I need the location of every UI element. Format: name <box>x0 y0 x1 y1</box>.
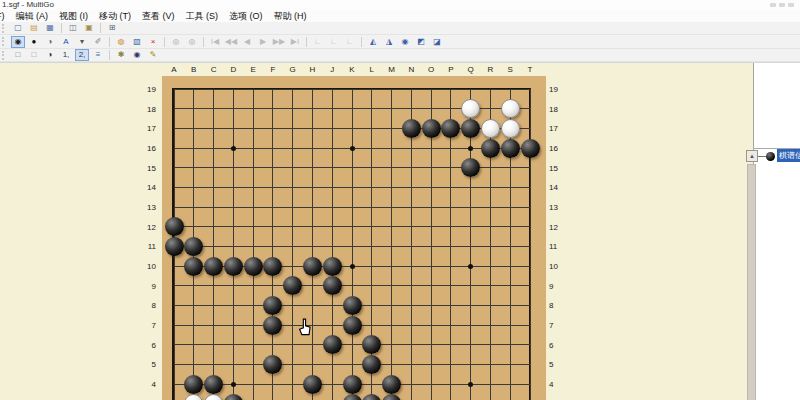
grid-line <box>312 89 313 400</box>
print-button[interactable]: ⊞ <box>105 22 119 34</box>
black-stone-T16[interactable] <box>521 139 540 158</box>
black-stone-J10[interactable] <box>323 257 342 276</box>
coord-label-row-14-right: 14 <box>549 183 573 192</box>
forward-10-icon: ▶▶ <box>273 37 285 47</box>
toolbar-separator <box>100 23 101 33</box>
find-next-button[interactable]: ◪ <box>430 36 444 48</box>
toolbar-separator <box>109 50 110 60</box>
coord-label-row-4-left: 4 <box>132 380 156 389</box>
print-icon: ⊞ <box>109 23 116 33</box>
coord-label-row-11-right: 11 <box>549 242 573 251</box>
black-stone-M4[interactable] <box>382 375 401 394</box>
goto-black-move-button[interactable]: ◭ <box>366 36 380 48</box>
first-move-button: I◀ <box>208 36 222 48</box>
coord-label-row-17-left: 17 <box>132 124 156 133</box>
label-dropdown-icon: ▾ <box>80 37 84 47</box>
coord-label-row-10-left: 10 <box>132 262 156 271</box>
star-point-Q4 <box>468 382 473 387</box>
coord-label-col-P: P <box>445 65 457 74</box>
coord-label-row-16-left: 16 <box>132 144 156 153</box>
toolbar-edit: ◉●◑A▾✐◍▧×◎◎I◀◀◀◀▶▶▶▶I∟∟∟◭◮◉◩◪ <box>0 35 800 49</box>
toolbar-grip <box>2 24 7 33</box>
copy-button[interactable]: ◫ <box>66 22 80 34</box>
grid-line <box>174 364 531 365</box>
coord-label-row-18-right: 18 <box>549 105 573 114</box>
black-stone-J6[interactable] <box>323 335 342 354</box>
grid-line <box>213 89 214 400</box>
erase-button[interactable]: ✐ <box>91 36 105 48</box>
black-stone-B4[interactable] <box>184 375 203 394</box>
black-stone-K8[interactable] <box>343 296 362 315</box>
menu-item-file-clipped[interactable]: 文件(F) <box>0 10 6 22</box>
coord-label-col-T: T <box>524 65 536 74</box>
black-stone-H10[interactable] <box>303 257 322 276</box>
menu-item-5[interactable]: 工具 (S) <box>185 10 220 22</box>
pass-move-button[interactable]: ◍ <box>114 36 128 48</box>
star-point-K16 <box>350 146 355 151</box>
next-variation-icon: ◎ <box>189 37 196 47</box>
add-white-stone-icon: ◑ <box>48 37 53 47</box>
back-1-button: ◀ <box>240 36 254 48</box>
coord-label-col-B: B <box>188 65 200 74</box>
coord-label-row-12-right: 12 <box>549 223 573 232</box>
tree-move-node-icon[interactable] <box>766 152 775 161</box>
guess-mode-icon: ◉ <box>134 50 141 60</box>
coord-label-row-8-right: 8 <box>549 301 573 310</box>
title-bar: 1.sgf - MultiGo <box>0 0 800 10</box>
goto-white-move-icon: ◮ <box>386 37 392 47</box>
coord-label-col-F: F <box>267 65 279 74</box>
black-stone-F7[interactable] <box>263 316 282 335</box>
branch-main-icon: ∟ <box>346 37 354 47</box>
coord-label-row-10-right: 10 <box>549 262 573 271</box>
add-label-icon: A <box>63 37 68 47</box>
coord-label-row-7-left: 7 <box>132 321 156 330</box>
coord-label-col-S: S <box>504 65 516 74</box>
goto-black-move-icon: ◭ <box>370 37 376 47</box>
coord-label-col-M: M <box>386 65 398 74</box>
number-recent-moves-icon: 2, <box>79 50 86 60</box>
black-stone-R16[interactable] <box>481 139 500 158</box>
toolbar-separator <box>203 37 204 47</box>
coord-label-row-14-left: 14 <box>132 183 156 192</box>
grid-line <box>174 207 531 208</box>
window-title: 1.sgf - MultiGo <box>2 0 54 9</box>
coord-label-row-15-left: 15 <box>132 164 156 173</box>
annotate-brush-icon: ✎ <box>150 50 157 60</box>
delete-node-button[interactable]: × <box>146 36 160 48</box>
grid-line <box>272 89 273 400</box>
number-all-moves-button[interactable]: 1, <box>59 49 73 61</box>
add-black-stone-icon: ● <box>32 37 37 47</box>
annotate-brush-button[interactable]: ✎ <box>146 49 160 61</box>
menu-bar: 文件(F) 编辑 (A)视图 (I)移动 (T)查看 (V)工具 (S)选项 (… <box>0 10 800 22</box>
coord-label-col-N: N <box>405 65 417 74</box>
prev-variation-icon: ◎ <box>173 37 180 47</box>
white-stone-S18[interactable] <box>501 99 520 118</box>
grid-line <box>174 187 531 188</box>
grid-line <box>174 226 531 227</box>
find-move-icon: ◉ <box>402 37 409 47</box>
grid-line <box>174 89 531 90</box>
coord-label-row-5-right: 5 <box>549 360 573 369</box>
show-tree-icon: ≡ <box>96 50 101 60</box>
toolbar-main: ▢▤▦◫▣⊞ <box>0 22 800 35</box>
forward-10-button: ▶▶ <box>272 36 286 48</box>
minimize-icon[interactable] <box>770 3 776 7</box>
grid-line <box>174 246 531 247</box>
coord-label-col-D: D <box>227 65 239 74</box>
coord-label-row-7-right: 7 <box>549 321 573 330</box>
grid-line <box>391 89 392 400</box>
forward-1-icon: ▶ <box>260 37 266 47</box>
goto-white-move-button[interactable]: ◮ <box>382 36 396 48</box>
toolbar-view: □□◑1,2,≡✱◉✎ <box>0 49 800 62</box>
show-next-move-button[interactable]: ◑ <box>43 49 57 61</box>
toolbar-separator <box>361 37 362 47</box>
black-stone-A11[interactable] <box>165 237 184 256</box>
find-move-button[interactable]: ◉ <box>398 36 412 48</box>
branch-down-icon: ∟ <box>330 37 338 47</box>
coord-label-col-G: G <box>287 65 299 74</box>
black-stone-A12[interactable] <box>165 217 184 236</box>
coord-label-row-6-right: 6 <box>549 341 573 350</box>
menu-item-3[interactable]: 移动 (T) <box>98 10 132 22</box>
delete-node-icon: × <box>151 37 156 47</box>
black-stone-Q17[interactable] <box>461 119 480 138</box>
coord-label-col-R: R <box>484 65 496 74</box>
paste-button[interactable]: ▣ <box>82 22 96 34</box>
last-move-button: ▶I <box>288 36 302 48</box>
maximize-icon[interactable] <box>779 3 785 7</box>
coord-label-col-K: K <box>346 65 358 74</box>
save-file-icon: ▦ <box>46 23 54 33</box>
edit-tree-button[interactable]: ▧ <box>130 36 144 48</box>
number-recent-moves-button[interactable]: 2, <box>75 49 89 61</box>
menu-item-1[interactable]: 编辑 (A) <box>15 10 50 22</box>
white-stone-S17[interactable] <box>501 119 520 138</box>
show-territory-icon: □ <box>16 50 21 60</box>
tree-scroll-up-button[interactable]: ▲ <box>746 150 758 162</box>
black-stone-N17[interactable] <box>402 119 421 138</box>
menu-item-4[interactable]: 查看 (V) <box>141 10 176 22</box>
black-stone-H4[interactable] <box>303 375 322 394</box>
erase-icon: ✐ <box>95 37 102 47</box>
find-next-icon: ◪ <box>433 37 441 47</box>
black-stone-D10[interactable] <box>224 257 243 276</box>
white-stone-R17[interactable] <box>481 119 500 138</box>
number-all-moves-icon: 1, <box>63 50 70 60</box>
grid-line <box>174 344 531 345</box>
board-area: ABCDEFGHJKLMNOPQRST191918181717161615151… <box>0 62 800 400</box>
coord-label-col-H: H <box>306 65 318 74</box>
star-point-Q16 <box>468 146 473 151</box>
show-next-move-icon: ◑ <box>48 50 53 60</box>
coord-label-row-16-right: 16 <box>549 144 573 153</box>
grid-line <box>292 89 293 400</box>
tree-scrollbar[interactable] <box>747 164 756 400</box>
coord-label-row-13-left: 13 <box>132 203 156 212</box>
coord-label-row-12-left: 12 <box>132 223 156 232</box>
paste-icon: ▣ <box>85 23 93 33</box>
grid-line <box>233 89 234 400</box>
black-stone-K7[interactable] <box>343 316 362 335</box>
toolbar-separator <box>164 37 165 47</box>
black-stone-B11[interactable] <box>184 237 203 256</box>
find-prev-icon: ◩ <box>417 37 425 47</box>
show-tree-button[interactable]: ≡ <box>91 49 105 61</box>
last-move-icon: ▶I <box>291 37 299 47</box>
new-file-icon: ▢ <box>14 23 22 33</box>
black-stone-F10[interactable] <box>263 257 282 276</box>
coord-label-row-19-right: 19 <box>549 85 573 94</box>
toolbar-separator <box>109 37 110 47</box>
edit-tree-icon: ▧ <box>133 37 141 47</box>
branch-down-button: ∟ <box>327 36 341 48</box>
toolbar-separator <box>61 23 62 33</box>
coord-label-col-A: A <box>168 65 180 74</box>
star-point-Q10 <box>468 264 473 269</box>
black-stone-J9[interactable] <box>323 276 342 295</box>
open-file-icon: ▤ <box>30 23 38 33</box>
show-marks-icon: □ <box>32 50 37 60</box>
add-label-button[interactable]: A <box>59 36 73 48</box>
toolbar-grip <box>2 37 7 46</box>
toolbar-separator <box>306 37 307 47</box>
guess-mode-button[interactable]: ◉ <box>130 49 144 61</box>
save-file-button[interactable]: ▦ <box>43 22 57 34</box>
back-10-button: ◀◀ <box>224 36 238 48</box>
play-mode-icon: ◉ <box>15 37 22 47</box>
pass-move-icon: ◍ <box>118 37 125 47</box>
play-mode-button[interactable]: ◉ <box>11 36 25 48</box>
toolbar-grip <box>2 51 7 60</box>
branch-up-button: ∟ <box>311 36 325 48</box>
coord-label-row-6-left: 6 <box>132 341 156 350</box>
grid-line <box>174 285 531 286</box>
branch-up-icon: ∟ <box>314 37 322 47</box>
coord-label-row-19-left: 19 <box>132 85 156 94</box>
star-point-D16 <box>231 146 236 151</box>
coord-label-col-L: L <box>366 65 378 74</box>
coord-label-col-J: J <box>326 65 338 74</box>
close-icon[interactable] <box>788 3 794 7</box>
coord-label-col-C: C <box>208 65 220 74</box>
grid-line <box>530 89 531 400</box>
cursor-hand-icon <box>298 318 312 336</box>
add-black-stone-button[interactable]: ● <box>27 36 41 48</box>
black-stone-C4[interactable] <box>204 375 223 394</box>
window-controls[interactable] <box>770 3 794 7</box>
branch-main-button: ∟ <box>343 36 357 48</box>
coord-label-col-O: O <box>425 65 437 74</box>
menu-item-6[interactable]: 选项 (O) <box>228 10 264 22</box>
add-white-stone-button[interactable]: ◑ <box>43 36 57 48</box>
setup-tools-button[interactable]: ✱ <box>114 49 128 61</box>
star-point-D4 <box>231 382 236 387</box>
tree-root-node-selected[interactable]: 棋谱信息 <box>777 149 800 162</box>
grid-line <box>253 89 254 400</box>
coord-label-row-13-right: 13 <box>549 203 573 212</box>
new-file-button[interactable]: ▢ <box>11 22 25 34</box>
prev-variation-button[interactable]: ◎ <box>169 36 183 48</box>
menu-item-7[interactable]: 帮助 (H) <box>273 10 308 22</box>
coord-label-row-4-right: 4 <box>549 380 573 389</box>
black-stone-O17[interactable] <box>422 119 441 138</box>
black-stone-C10[interactable] <box>204 257 223 276</box>
black-stone-B10[interactable] <box>184 257 203 276</box>
find-prev-button[interactable]: ◩ <box>414 36 428 48</box>
coord-label-row-8-left: 8 <box>132 301 156 310</box>
coord-label-row-9-left: 9 <box>132 282 156 291</box>
back-1-icon: ◀ <box>244 37 250 47</box>
copy-icon: ◫ <box>69 23 77 33</box>
back-10-icon: ◀◀ <box>225 37 237 47</box>
label-dropdown-button[interactable]: ▾ <box>75 36 89 48</box>
black-stone-K4[interactable] <box>343 375 362 394</box>
menu-item-2[interactable]: 视图 (I) <box>58 10 89 22</box>
grid-line <box>352 89 353 400</box>
forward-1-button: ▶ <box>256 36 270 48</box>
first-move-icon: I◀ <box>211 37 219 47</box>
coord-label-row-9-right: 9 <box>549 282 573 291</box>
coord-label-row-5-left: 5 <box>132 360 156 369</box>
setup-tools-icon: ✱ <box>118 50 125 60</box>
game-tree-panel <box>754 63 800 400</box>
star-point-K10 <box>350 264 355 269</box>
open-file-button[interactable]: ▤ <box>27 22 41 34</box>
coord-label-row-11-left: 11 <box>132 242 156 251</box>
next-variation-button[interactable]: ◎ <box>185 36 199 48</box>
coord-label-row-17-right: 17 <box>549 124 573 133</box>
coord-label-row-15-right: 15 <box>549 164 573 173</box>
show-territory-button[interactable]: □ <box>11 49 25 61</box>
coord-label-row-18-left: 18 <box>132 105 156 114</box>
coord-label-col-Q: Q <box>465 65 477 74</box>
black-stone-S16[interactable] <box>501 139 520 158</box>
coord-label-col-E: E <box>247 65 259 74</box>
show-marks-button[interactable]: □ <box>27 49 41 61</box>
black-stone-E10[interactable] <box>244 257 263 276</box>
